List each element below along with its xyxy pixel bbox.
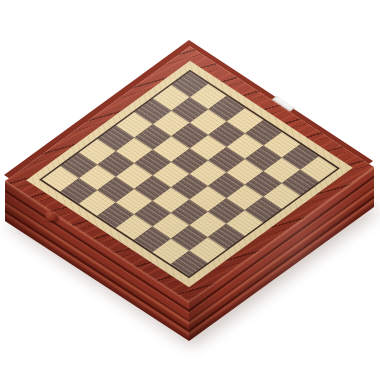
chess-box-scene xyxy=(0,0,380,380)
board-frame xyxy=(5,46,374,302)
board-top xyxy=(5,46,374,302)
